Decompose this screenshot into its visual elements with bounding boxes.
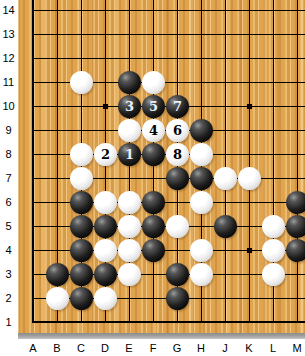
black-stone[interactable]	[142, 191, 165, 214]
column-label: L	[263, 342, 283, 354]
black-stone[interactable]: 3	[118, 95, 141, 118]
black-stone[interactable]	[190, 119, 213, 142]
column-label: H	[191, 342, 211, 354]
white-stone[interactable]: 6	[166, 119, 189, 142]
star-point	[103, 104, 108, 109]
white-stone[interactable]	[238, 167, 261, 190]
white-stone[interactable]	[94, 191, 117, 214]
move-number-label: 1	[125, 148, 134, 161]
row-label: 10	[0, 100, 17, 112]
row-label: 4	[0, 244, 17, 256]
black-stone[interactable]	[286, 191, 305, 214]
white-stone[interactable]	[142, 71, 165, 94]
black-stone[interactable]	[70, 191, 93, 214]
row-label: 9	[0, 124, 17, 136]
white-stone[interactable]	[262, 263, 285, 286]
black-stone[interactable]	[70, 287, 93, 310]
row-label: 5	[0, 220, 17, 232]
grid-line	[32, 10, 305, 11]
row-label: 3	[0, 268, 17, 280]
white-stone[interactable]: 8	[166, 143, 189, 166]
white-stone[interactable]	[118, 215, 141, 238]
black-stone[interactable]	[94, 263, 117, 286]
column-label: A	[23, 342, 43, 354]
white-stone[interactable]	[214, 167, 237, 190]
black-stone[interactable]	[70, 263, 93, 286]
white-stone[interactable]	[190, 263, 213, 286]
white-stone[interactable]	[70, 167, 93, 190]
row-label: 2	[0, 292, 17, 304]
move-number-label: 6	[173, 124, 182, 137]
black-stone[interactable]	[166, 263, 189, 286]
white-stone[interactable]	[118, 263, 141, 286]
star-point	[247, 104, 252, 109]
move-number-label: 8	[173, 148, 182, 161]
move-number-label: 2	[101, 148, 110, 161]
column-label: C	[71, 342, 91, 354]
column-coordinate-strip: ABCDEFGHJKLM	[0, 339, 305, 356]
black-stone[interactable]	[286, 215, 305, 238]
move-number-label: 3	[125, 100, 134, 113]
row-label: 8	[0, 148, 17, 160]
white-stone[interactable]	[118, 191, 141, 214]
black-stone[interactable]: 7	[166, 95, 189, 118]
move-number-label: 4	[149, 124, 158, 137]
goban[interactable]: 35714628	[0, 0, 305, 339]
star-point	[247, 248, 252, 253]
column-label: F	[143, 342, 163, 354]
white-stone[interactable]	[190, 143, 213, 166]
move-number-label: 7	[173, 100, 182, 113]
black-stone[interactable]	[286, 239, 305, 262]
white-stone[interactable]	[94, 239, 117, 262]
black-stone[interactable]	[166, 287, 189, 310]
grid-line	[32, 34, 305, 35]
row-label: 6	[0, 196, 17, 208]
white-stone[interactable]	[190, 191, 213, 214]
column-label: J	[215, 342, 235, 354]
white-stone[interactable]	[262, 239, 285, 262]
black-stone[interactable]	[166, 167, 189, 190]
white-stone[interactable]	[94, 287, 117, 310]
white-stone[interactable]	[190, 239, 213, 262]
row-label: 12	[0, 52, 17, 64]
black-stone[interactable]	[142, 215, 165, 238]
black-stone[interactable]: 5	[142, 95, 165, 118]
black-stone[interactable]	[142, 143, 165, 166]
black-stone[interactable]	[94, 215, 117, 238]
go-diagram: 35714628 1413121110987654321 ABCDEFGHJKL…	[0, 0, 305, 356]
white-stone[interactable]: 4	[142, 119, 165, 142]
row-label: 11	[0, 76, 17, 88]
row-label: 13	[0, 28, 17, 40]
black-stone[interactable]: 1	[118, 143, 141, 166]
column-label: B	[47, 342, 67, 354]
black-stone[interactable]	[70, 215, 93, 238]
black-stone[interactable]	[214, 215, 237, 238]
black-stone[interactable]	[70, 239, 93, 262]
black-stone[interactable]	[142, 239, 165, 262]
grid-line	[32, 58, 305, 59]
move-number-label: 5	[149, 100, 158, 113]
white-stone[interactable]	[166, 215, 189, 238]
white-stone[interactable]	[262, 215, 285, 238]
row-coordinate-strip: 1413121110987654321	[0, 0, 18, 339]
column-label: G	[167, 342, 187, 354]
white-stone[interactable]	[118, 239, 141, 262]
white-stone[interactable]: 2	[94, 143, 117, 166]
white-stone[interactable]	[70, 143, 93, 166]
column-label: M	[287, 342, 305, 354]
column-label: E	[119, 342, 139, 354]
white-stone[interactable]	[118, 119, 141, 142]
column-label: D	[95, 342, 115, 354]
row-label: 14	[0, 4, 17, 16]
row-label: 1	[0, 316, 17, 328]
column-label: K	[239, 342, 259, 354]
white-stone[interactable]	[46, 287, 69, 310]
white-stone[interactable]	[70, 71, 93, 94]
row-label: 7	[0, 172, 17, 184]
grid-line	[32, 321, 305, 323]
black-stone[interactable]	[118, 71, 141, 94]
black-stone[interactable]	[46, 263, 69, 286]
black-stone[interactable]	[190, 167, 213, 190]
